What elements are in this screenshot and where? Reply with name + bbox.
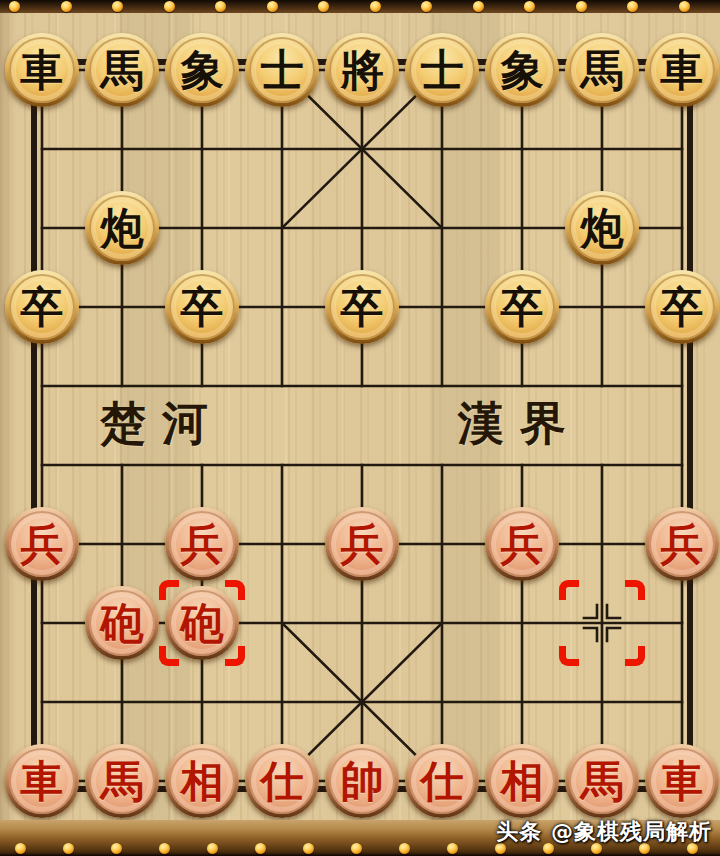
piece-black-horse[interactable]: 馬	[85, 33, 159, 107]
last-move-origin-marker	[559, 580, 645, 666]
piece-glyph: 卒	[501, 286, 544, 329]
piece-glyph: 卒	[341, 286, 384, 329]
piece-glyph: 卒	[21, 286, 64, 329]
piece-glyph: 炮	[101, 207, 144, 250]
piece-glyph: 象	[181, 49, 224, 92]
stud-icon	[255, 843, 266, 854]
piece-glyph: 兵	[501, 523, 544, 566]
piece-glyph: 仕	[261, 760, 304, 803]
piece-red-general[interactable]: 帥	[325, 744, 399, 818]
piece-glyph: 馬	[101, 760, 144, 803]
piece-glyph: 卒	[661, 286, 704, 329]
piece-glyph: 炮	[581, 207, 624, 250]
piece-glyph: 馬	[101, 49, 144, 92]
watermark: 头条 @象棋残局解析	[496, 817, 712, 847]
piece-red-chariot[interactable]: 車	[5, 744, 79, 818]
piece-glyph: 砲	[181, 602, 224, 645]
piece-red-chariot[interactable]: 車	[645, 744, 719, 818]
stud-icon	[63, 843, 74, 854]
piece-red-soldier[interactable]: 兵	[645, 507, 719, 581]
stud-icon	[627, 1, 638, 12]
stud-icon	[9, 1, 20, 12]
piece-black-advisor[interactable]: 士	[245, 33, 319, 107]
piece-black-elephant[interactable]: 象	[165, 33, 239, 107]
stud-icon	[267, 1, 278, 12]
piece-glyph: 車	[21, 760, 64, 803]
stud-icon	[421, 1, 432, 12]
piece-red-soldier[interactable]: 兵	[5, 507, 79, 581]
watermark-prefix: 头条	[496, 819, 542, 844]
piece-red-elephant[interactable]: 相	[485, 744, 559, 818]
stud-icon	[351, 843, 362, 854]
piece-red-soldier[interactable]: 兵	[485, 507, 559, 581]
piece-glyph: 兵	[661, 523, 704, 566]
stud-icon	[159, 843, 170, 854]
piece-black-horse[interactable]: 馬	[565, 33, 639, 107]
piece-black-soldier[interactable]: 卒	[485, 270, 559, 344]
piece-black-cannon[interactable]: 炮	[85, 191, 159, 265]
watermark-handle: @象棋残局解析	[551, 819, 712, 844]
piece-glyph: 馬	[581, 49, 624, 92]
piece-black-chariot[interactable]: 車	[5, 33, 79, 107]
piece-black-cannon[interactable]: 炮	[565, 191, 639, 265]
piece-glyph: 兵	[181, 523, 224, 566]
piece-glyph: 將	[341, 49, 384, 92]
stud-icon	[303, 843, 314, 854]
piece-glyph: 卒	[181, 286, 224, 329]
piece-glyph: 士	[421, 49, 464, 92]
piece-red-soldier[interactable]: 兵	[165, 507, 239, 581]
piece-glyph: 馬	[581, 760, 624, 803]
piece-glyph: 兵	[21, 523, 64, 566]
piece-glyph: 士	[261, 49, 304, 92]
piece-glyph: 相	[501, 760, 544, 803]
stud-icon	[447, 843, 458, 854]
piece-black-soldier[interactable]: 卒	[5, 270, 79, 344]
piece-red-cannon[interactable]: 砲	[85, 586, 159, 660]
piece-red-elephant[interactable]: 相	[165, 744, 239, 818]
xiangqi-app: 楚河 漢界 車馬象士將士象馬車炮炮卒卒卒卒卒兵兵兵兵兵砲砲車馬相仕帥仕相馬車 头…	[0, 0, 720, 856]
piece-red-horse[interactable]: 馬	[565, 744, 639, 818]
piece-glyph: 車	[21, 49, 64, 92]
piece-red-advisor[interactable]: 仕	[245, 744, 319, 818]
piece-black-advisor[interactable]: 士	[405, 33, 479, 107]
stud-icon	[679, 1, 690, 12]
stud-icon	[473, 1, 484, 12]
stud-icon	[112, 1, 123, 12]
piece-red-advisor[interactable]: 仕	[405, 744, 479, 818]
piece-glyph: 相	[181, 760, 224, 803]
xiangqi-board[interactable]: 車馬象士將士象馬車炮炮卒卒卒卒卒兵兵兵兵兵砲砲車馬相仕帥仕相馬車	[0, 0, 720, 856]
piece-glyph: 帥	[341, 760, 384, 803]
piece-red-cannon[interactable]: 砲	[165, 586, 239, 660]
piece-black-general[interactable]: 將	[325, 33, 399, 107]
top-border-trim	[0, 0, 720, 13]
piece-glyph: 象	[501, 49, 544, 92]
stud-icon	[318, 1, 329, 12]
stud-icon	[370, 1, 381, 12]
stud-icon	[111, 843, 122, 854]
piece-black-soldier[interactable]: 卒	[165, 270, 239, 344]
piece-glyph: 車	[661, 760, 704, 803]
piece-black-soldier[interactable]: 卒	[325, 270, 399, 344]
piece-red-soldier[interactable]: 兵	[325, 507, 399, 581]
stud-icon	[524, 1, 535, 12]
piece-glyph: 車	[661, 49, 704, 92]
piece-black-elephant[interactable]: 象	[485, 33, 559, 107]
piece-glyph: 仕	[421, 760, 464, 803]
piece-black-soldier[interactable]: 卒	[645, 270, 719, 344]
piece-glyph: 砲	[101, 602, 144, 645]
stud-icon	[576, 1, 587, 12]
piece-black-chariot[interactable]: 車	[645, 33, 719, 107]
piece-glyph: 兵	[341, 523, 384, 566]
stud-icon	[164, 1, 175, 12]
stud-icon	[15, 843, 26, 854]
stud-icon	[399, 843, 410, 854]
stud-icon	[215, 1, 226, 12]
stud-icon	[207, 843, 218, 854]
stud-icon	[61, 1, 72, 12]
piece-red-horse[interactable]: 馬	[85, 744, 159, 818]
